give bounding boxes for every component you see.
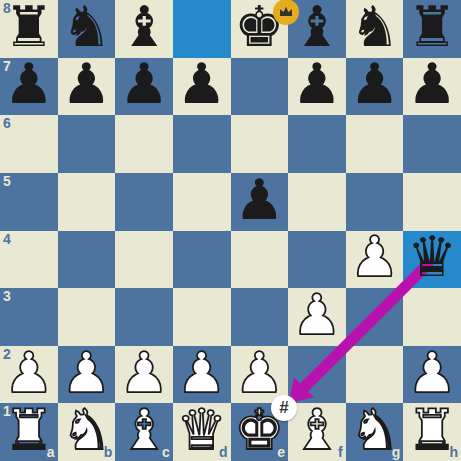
piece-black-pawn[interactable]: ♟ — [4, 56, 54, 112]
square-e6[interactable] — [231, 115, 289, 173]
piece-white-pawn[interactable]: ♟ — [177, 345, 227, 401]
square-g6[interactable] — [346, 115, 404, 173]
square-d5[interactable] — [173, 173, 231, 231]
square-f4[interactable] — [288, 231, 346, 289]
square-g5[interactable] — [346, 173, 404, 231]
rank-label-3: 3 — [3, 289, 11, 304]
square-c8[interactable]: ♝ — [115, 0, 173, 58]
square-c5[interactable] — [115, 173, 173, 231]
piece-black-rook[interactable]: ♜ — [407, 0, 457, 55]
square-h4[interactable]: ♛ — [403, 231, 461, 289]
winner-badge — [273, 0, 299, 25]
square-h8[interactable]: ♜ — [403, 0, 461, 58]
piece-black-pawn[interactable]: ♟ — [349, 56, 399, 112]
chess-board: 8♜♞♝♚♝♞♜7♟♟♟♟♟♟♟65♟4♟♛3♟2♟♟♟♟♟♟1a♜b♞c♝d♛… — [0, 0, 461, 461]
piece-black-knight[interactable]: ♞ — [61, 0, 111, 55]
square-e7[interactable] — [231, 58, 289, 116]
square-a7[interactable]: 7♟ — [0, 58, 58, 116]
piece-black-bishop[interactable]: ♝ — [119, 0, 169, 55]
square-d3[interactable] — [173, 288, 231, 346]
piece-white-pawn[interactable]: ♟ — [234, 345, 284, 401]
square-f2[interactable] — [288, 346, 346, 404]
square-b5[interactable] — [58, 173, 116, 231]
square-b3[interactable] — [58, 288, 116, 346]
square-c7[interactable]: ♟ — [115, 58, 173, 116]
piece-white-rook[interactable]: ♜ — [407, 402, 457, 458]
square-g2[interactable] — [346, 346, 404, 404]
square-g8[interactable]: ♞ — [346, 0, 404, 58]
square-c1[interactable]: c♝ — [115, 403, 173, 461]
square-f6[interactable] — [288, 115, 346, 173]
rank-label-5: 5 — [3, 174, 11, 189]
square-g1[interactable]: g♞ — [346, 403, 404, 461]
square-e3[interactable] — [231, 288, 289, 346]
board-squares: 8♜♞♝♚♝♞♜7♟♟♟♟♟♟♟65♟4♟♛3♟2♟♟♟♟♟♟1a♜b♞c♝d♛… — [0, 0, 461, 461]
square-d6[interactable] — [173, 115, 231, 173]
square-d8[interactable] — [173, 0, 231, 58]
square-f1[interactable]: f♝ — [288, 403, 346, 461]
square-a1[interactable]: 1a♜ — [0, 403, 58, 461]
square-f7[interactable]: ♟ — [288, 58, 346, 116]
piece-black-pawn[interactable]: ♟ — [119, 56, 169, 112]
piece-white-pawn[interactable]: ♟ — [119, 345, 169, 401]
square-e5[interactable]: ♟ — [231, 173, 289, 231]
piece-black-pawn[interactable]: ♟ — [177, 56, 227, 112]
piece-white-knight[interactable]: ♞ — [349, 402, 399, 458]
piece-white-queen[interactable]: ♛ — [177, 402, 227, 458]
piece-black-bishop[interactable]: ♝ — [292, 0, 342, 55]
rank-label-4: 4 — [3, 232, 11, 247]
piece-white-pawn[interactable]: ♟ — [61, 345, 111, 401]
square-b6[interactable] — [58, 115, 116, 173]
piece-white-pawn[interactable]: ♟ — [292, 287, 342, 343]
square-g7[interactable]: ♟ — [346, 58, 404, 116]
square-f3[interactable]: ♟ — [288, 288, 346, 346]
square-h3[interactable] — [403, 288, 461, 346]
piece-white-bishop[interactable]: ♝ — [292, 402, 342, 458]
square-d7[interactable]: ♟ — [173, 58, 231, 116]
square-b4[interactable] — [58, 231, 116, 289]
square-h1[interactable]: h♜ — [403, 403, 461, 461]
piece-white-bishop[interactable]: ♝ — [119, 402, 169, 458]
square-h5[interactable] — [403, 173, 461, 231]
square-b7[interactable]: ♟ — [58, 58, 116, 116]
piece-black-rook[interactable]: ♜ — [4, 0, 54, 55]
square-a6[interactable]: 6 — [0, 115, 58, 173]
piece-black-pawn[interactable]: ♟ — [292, 56, 342, 112]
square-h2[interactable]: ♟ — [403, 346, 461, 404]
square-a5[interactable]: 5 — [0, 173, 58, 231]
square-b1[interactable]: b♞ — [58, 403, 116, 461]
square-d2[interactable]: ♟ — [173, 346, 231, 404]
square-d1[interactable]: d♛ — [173, 403, 231, 461]
piece-black-pawn[interactable]: ♟ — [61, 56, 111, 112]
square-a2[interactable]: 2♟ — [0, 346, 58, 404]
square-c4[interactable] — [115, 231, 173, 289]
rank-label-6: 6 — [3, 116, 11, 131]
piece-black-pawn[interactable]: ♟ — [234, 172, 284, 228]
square-h7[interactable]: ♟ — [403, 58, 461, 116]
crown-icon — [278, 4, 294, 20]
square-e4[interactable] — [231, 231, 289, 289]
square-b2[interactable]: ♟ — [58, 346, 116, 404]
checkmate-symbol: # — [279, 398, 288, 418]
square-g4[interactable]: ♟ — [346, 231, 404, 289]
checkmate-badge: # — [271, 395, 297, 421]
piece-white-pawn[interactable]: ♟ — [4, 345, 54, 401]
piece-black-queen[interactable]: ♛ — [407, 229, 457, 285]
piece-white-rook[interactable]: ♜ — [4, 402, 54, 458]
square-d4[interactable] — [173, 231, 231, 289]
piece-white-knight[interactable]: ♞ — [61, 402, 111, 458]
square-c6[interactable] — [115, 115, 173, 173]
square-a8[interactable]: 8♜ — [0, 0, 58, 58]
square-c2[interactable]: ♟ — [115, 346, 173, 404]
square-f5[interactable] — [288, 173, 346, 231]
piece-black-knight[interactable]: ♞ — [349, 0, 399, 55]
square-a3[interactable]: 3 — [0, 288, 58, 346]
piece-white-pawn[interactable]: ♟ — [349, 229, 399, 285]
square-b8[interactable]: ♞ — [58, 0, 116, 58]
piece-black-pawn[interactable]: ♟ — [407, 56, 457, 112]
square-c3[interactable] — [115, 288, 173, 346]
square-g3[interactable] — [346, 288, 404, 346]
square-h6[interactable] — [403, 115, 461, 173]
piece-white-pawn[interactable]: ♟ — [407, 345, 457, 401]
square-a4[interactable]: 4 — [0, 231, 58, 289]
